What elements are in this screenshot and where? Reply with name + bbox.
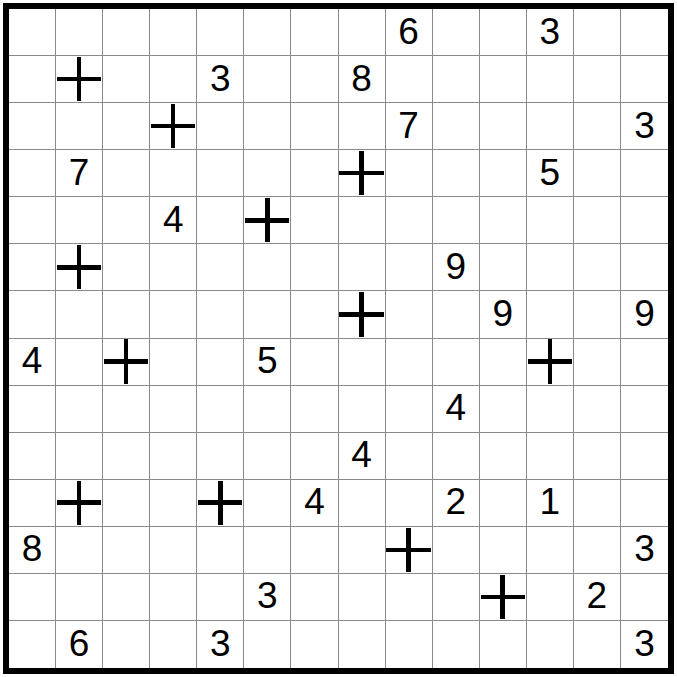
clue-digit: 3 <box>634 530 655 567</box>
cell-r1c11[interactable] <box>527 56 574 103</box>
cell-r6c13: 9 <box>621 291 668 338</box>
cell-r2c0[interactable] <box>9 103 56 150</box>
clue-digit: 5 <box>257 342 278 379</box>
cell-r10c11: 1 <box>527 480 574 527</box>
cell-r7c6[interactable] <box>291 339 338 386</box>
cell-r2c3 <box>150 103 197 150</box>
cell-r3c0[interactable] <box>9 150 56 197</box>
cell-r9c11[interactable] <box>527 433 574 480</box>
plus-cross-icon <box>103 339 149 385</box>
plus-cross-icon <box>480 574 526 620</box>
cell-r3c7 <box>339 150 386 197</box>
cell-r12c2[interactable] <box>103 574 150 621</box>
cell-r4c5 <box>244 197 291 244</box>
cell-r11c6[interactable] <box>291 527 338 574</box>
clue-digit: 3 <box>210 625 231 662</box>
clue-digit: 3 <box>210 60 231 97</box>
cell-r11c8 <box>386 527 433 574</box>
cell-r3c11: 5 <box>527 150 574 197</box>
cell-r11c5[interactable] <box>244 527 291 574</box>
cell-r8c7[interactable] <box>339 386 386 433</box>
cell-r2c10[interactable] <box>480 103 527 150</box>
cell-r5c8[interactable] <box>386 244 433 291</box>
clue-digit: 7 <box>69 154 90 191</box>
plus-cross-icon <box>150 103 196 149</box>
cell-r4c10[interactable] <box>480 197 527 244</box>
cell-r5c4[interactable] <box>197 244 244 291</box>
cell-r13c3[interactable] <box>150 621 197 668</box>
cell-r8c6[interactable] <box>291 386 338 433</box>
cell-r8c1[interactable] <box>56 386 103 433</box>
cell-r12c4[interactable] <box>197 574 244 621</box>
cell-r7c10[interactable] <box>480 339 527 386</box>
cell-r2c11[interactable] <box>527 103 574 150</box>
cell-r2c1[interactable] <box>56 103 103 150</box>
cell-r4c8[interactable] <box>386 197 433 244</box>
cell-r3c13[interactable] <box>621 150 668 197</box>
cell-r1c13[interactable] <box>621 56 668 103</box>
clue-digit: 4 <box>163 201 184 238</box>
cell-r7c3[interactable] <box>150 339 197 386</box>
cell-r0c10[interactable] <box>480 9 527 56</box>
cell-r10c1 <box>56 480 103 527</box>
cell-r5c7[interactable] <box>339 244 386 291</box>
cell-r13c4: 3 <box>197 621 244 668</box>
cell-r6c0[interactable] <box>9 291 56 338</box>
cell-r6c5[interactable] <box>244 291 291 338</box>
cell-r9c10[interactable] <box>480 433 527 480</box>
cell-r12c5: 3 <box>244 574 291 621</box>
cell-r7c7[interactable] <box>339 339 386 386</box>
cell-r3c2[interactable] <box>103 150 150 197</box>
cell-r1c8[interactable] <box>386 56 433 103</box>
clue-digit: 7 <box>398 107 419 144</box>
cell-r5c11[interactable] <box>527 244 574 291</box>
cell-r11c0: 8 <box>9 527 56 574</box>
cell-r10c12[interactable] <box>574 480 621 527</box>
cell-r9c7: 4 <box>339 433 386 480</box>
cell-r12c1[interactable] <box>56 574 103 621</box>
cell-r13c12[interactable] <box>574 621 621 668</box>
clue-digit: 4 <box>351 436 372 473</box>
cell-r9c0[interactable] <box>9 433 56 480</box>
cell-r6c4[interactable] <box>197 291 244 338</box>
cell-r0c6[interactable] <box>291 9 338 56</box>
cell-r6c11[interactable] <box>527 291 574 338</box>
clue-digit: 8 <box>351 60 372 97</box>
plus-cross-icon <box>244 197 290 243</box>
cell-r10c4 <box>197 480 244 527</box>
cell-r12c0[interactable] <box>9 574 56 621</box>
cell-r1c12[interactable] <box>574 56 621 103</box>
cell-r11c13: 3 <box>621 527 668 574</box>
cell-r0c1[interactable] <box>56 9 103 56</box>
cell-r9c4[interactable] <box>197 433 244 480</box>
plus-cross-icon <box>339 291 385 337</box>
cell-r0c13[interactable] <box>621 9 668 56</box>
cell-r4c7[interactable] <box>339 197 386 244</box>
cell-r2c13: 3 <box>621 103 668 150</box>
cell-r8c11[interactable] <box>527 386 574 433</box>
cell-r4c2[interactable] <box>103 197 150 244</box>
cell-r13c1: 6 <box>56 621 103 668</box>
cell-r7c2 <box>103 339 150 386</box>
cell-r8c12[interactable] <box>574 386 621 433</box>
cell-r11c1[interactable] <box>56 527 103 574</box>
cell-r12c10 <box>480 574 527 621</box>
plus-cross-icon <box>339 150 385 196</box>
cell-r5c5[interactable] <box>244 244 291 291</box>
cell-r13c9[interactable] <box>433 621 480 668</box>
cell-r9c9[interactable] <box>433 433 480 480</box>
cell-r13c13: 3 <box>621 621 668 668</box>
cell-r11c2[interactable] <box>103 527 150 574</box>
cell-r13c6[interactable] <box>291 621 338 668</box>
cell-r1c5[interactable] <box>244 56 291 103</box>
cell-r10c13[interactable] <box>621 480 668 527</box>
plus-cross-icon <box>386 527 432 573</box>
cell-r10c10[interactable] <box>480 480 527 527</box>
clue-digit: 6 <box>398 13 419 50</box>
cell-r8c5[interactable] <box>244 386 291 433</box>
cell-r13c8[interactable] <box>386 621 433 668</box>
cell-r3c9[interactable] <box>433 150 480 197</box>
clue-digit: 3 <box>540 13 561 50</box>
cell-r8c4[interactable] <box>197 386 244 433</box>
cell-r1c10[interactable] <box>480 56 527 103</box>
cell-r8c2[interactable] <box>103 386 150 433</box>
plus-cross-icon <box>527 339 573 385</box>
cell-r13c11[interactable] <box>527 621 574 668</box>
clue-digit: 4 <box>304 483 325 520</box>
cell-r11c7[interactable] <box>339 527 386 574</box>
cell-r1c1 <box>56 56 103 103</box>
cell-r7c4[interactable] <box>197 339 244 386</box>
cell-r0c9[interactable] <box>433 9 480 56</box>
cell-r9c2[interactable] <box>103 433 150 480</box>
plus-cross-icon <box>56 56 102 102</box>
cell-r5c1 <box>56 244 103 291</box>
cell-r7c11 <box>527 339 574 386</box>
cell-r8c3[interactable] <box>150 386 197 433</box>
clue-digit: 8 <box>22 530 43 567</box>
cell-r2c7[interactable] <box>339 103 386 150</box>
clue-digit: 3 <box>257 577 278 614</box>
clue-digit: 3 <box>634 107 655 144</box>
cell-r0c7[interactable] <box>339 9 386 56</box>
cell-r10c6: 4 <box>291 480 338 527</box>
cell-r4c9[interactable] <box>433 197 480 244</box>
cell-r6c8[interactable] <box>386 291 433 338</box>
cell-r6c1[interactable] <box>56 291 103 338</box>
cell-r6c2[interactable] <box>103 291 150 338</box>
cell-r10c7[interactable] <box>339 480 386 527</box>
cell-r12c8[interactable] <box>386 574 433 621</box>
cell-r2c2[interactable] <box>103 103 150 150</box>
cell-r12c3[interactable] <box>150 574 197 621</box>
cell-r12c9[interactable] <box>433 574 480 621</box>
cell-r0c0[interactable] <box>9 9 56 56</box>
clue-digit: 2 <box>445 483 466 520</box>
cell-r11c3[interactable] <box>150 527 197 574</box>
cell-r10c8[interactable] <box>386 480 433 527</box>
cell-r1c0[interactable] <box>9 56 56 103</box>
cell-r5c12[interactable] <box>574 244 621 291</box>
cell-r5c9: 9 <box>433 244 480 291</box>
cell-r13c10[interactable] <box>480 621 527 668</box>
cell-r4c4[interactable] <box>197 197 244 244</box>
cell-r7c13[interactable] <box>621 339 668 386</box>
cell-r2c6[interactable] <box>291 103 338 150</box>
clue-digit: 4 <box>22 342 43 379</box>
clue-digit: 6 <box>69 625 90 662</box>
cell-r11c9[interactable] <box>433 527 480 574</box>
cell-r5c2[interactable] <box>103 244 150 291</box>
cell-r5c0[interactable] <box>9 244 56 291</box>
cell-r5c3[interactable] <box>150 244 197 291</box>
cell-r4c6[interactable] <box>291 197 338 244</box>
cell-r11c4[interactable] <box>197 527 244 574</box>
cell-r8c13[interactable] <box>621 386 668 433</box>
cell-r2c12[interactable] <box>574 103 621 150</box>
cell-r12c7[interactable] <box>339 574 386 621</box>
clue-digit: 9 <box>634 295 655 332</box>
cell-r10c3[interactable] <box>150 480 197 527</box>
cell-r9c1[interactable] <box>56 433 103 480</box>
cell-r1c3[interactable] <box>150 56 197 103</box>
cell-r12c13[interactable] <box>621 574 668 621</box>
cell-r11c11[interactable] <box>527 527 574 574</box>
cell-r3c8[interactable] <box>386 150 433 197</box>
cell-r0c11: 3 <box>527 9 574 56</box>
cell-r10c2[interactable] <box>103 480 150 527</box>
clue-digit: 9 <box>445 248 466 285</box>
cell-r6c12[interactable] <box>574 291 621 338</box>
cell-r2c9[interactable] <box>433 103 480 150</box>
cell-r5c13[interactable] <box>621 244 668 291</box>
cell-r0c8: 6 <box>386 9 433 56</box>
clue-digit: 4 <box>445 389 466 426</box>
clue-digit: 5 <box>540 154 561 191</box>
cell-r7c5: 5 <box>244 339 291 386</box>
cell-r1c7: 8 <box>339 56 386 103</box>
cell-r1c9[interactable] <box>433 56 480 103</box>
cell-r3c12[interactable] <box>574 150 621 197</box>
cell-r9c3[interactable] <box>150 433 197 480</box>
cell-r6c9[interactable] <box>433 291 480 338</box>
cell-r0c4[interactable] <box>197 9 244 56</box>
cell-r6c10: 9 <box>480 291 527 338</box>
cell-r2c4[interactable] <box>197 103 244 150</box>
cell-r10c5[interactable] <box>244 480 291 527</box>
cell-r8c0[interactable] <box>9 386 56 433</box>
cell-r12c11[interactable] <box>527 574 574 621</box>
cell-r13c5[interactable] <box>244 621 291 668</box>
cell-r4c13[interactable] <box>621 197 668 244</box>
cell-r13c2[interactable] <box>103 621 150 668</box>
cell-r7c0: 4 <box>9 339 56 386</box>
cell-r3c4[interactable] <box>197 150 244 197</box>
cell-r1c2[interactable] <box>103 56 150 103</box>
cell-r0c5[interactable] <box>244 9 291 56</box>
cell-r10c9: 2 <box>433 480 480 527</box>
cell-r0c3[interactable] <box>150 9 197 56</box>
cell-r8c8[interactable] <box>386 386 433 433</box>
cell-r3c3[interactable] <box>150 150 197 197</box>
cell-r3c1: 7 <box>56 150 103 197</box>
cell-r12c6[interactable] <box>291 574 338 621</box>
clue-digit: 9 <box>492 295 513 332</box>
cell-r9c5[interactable] <box>244 433 291 480</box>
cell-r6c3[interactable] <box>150 291 197 338</box>
cell-r1c4: 3 <box>197 56 244 103</box>
cell-r4c12[interactable] <box>574 197 621 244</box>
cell-r11c12[interactable] <box>574 527 621 574</box>
cell-r9c13[interactable] <box>621 433 668 480</box>
cell-r7c8[interactable] <box>386 339 433 386</box>
cell-r8c9: 4 <box>433 386 480 433</box>
cell-r1c6[interactable] <box>291 56 338 103</box>
cell-r2c8: 7 <box>386 103 433 150</box>
cell-r8c10[interactable] <box>480 386 527 433</box>
cell-r7c9[interactable] <box>433 339 480 386</box>
cell-r3c10[interactable] <box>480 150 527 197</box>
cell-r3c5[interactable] <box>244 150 291 197</box>
cell-r11c10[interactable] <box>480 527 527 574</box>
plus-cross-icon <box>56 480 102 526</box>
cell-r4c1[interactable] <box>56 197 103 244</box>
cell-r10c0[interactable] <box>9 480 56 527</box>
plus-cross-icon <box>197 480 243 526</box>
plus-cross-icon <box>56 244 102 290</box>
cell-r5c6[interactable] <box>291 244 338 291</box>
cell-r9c6[interactable] <box>291 433 338 480</box>
cell-r4c11[interactable] <box>527 197 574 244</box>
cell-r7c12[interactable] <box>574 339 621 386</box>
cell-r4c3: 4 <box>150 197 197 244</box>
cell-r0c2[interactable] <box>103 9 150 56</box>
cell-r6c6[interactable] <box>291 291 338 338</box>
cell-r4c0[interactable] <box>9 197 56 244</box>
cell-r2c5[interactable] <box>244 103 291 150</box>
clue-digit: 1 <box>540 483 561 520</box>
cell-r9c8[interactable] <box>386 433 433 480</box>
clue-digit: 3 <box>634 625 655 662</box>
cell-r6c7 <box>339 291 386 338</box>
puzzle-page: 63387375499945444218332633 <box>0 0 677 677</box>
cell-r5c10[interactable] <box>480 244 527 291</box>
cell-r9c12[interactable] <box>574 433 621 480</box>
clue-digit: 2 <box>587 577 608 614</box>
cell-r13c7[interactable] <box>339 621 386 668</box>
puzzle-board: 63387375499945444218332633 <box>3 3 674 674</box>
cell-r13c0[interactable] <box>9 621 56 668</box>
cell-r3c6[interactable] <box>291 150 338 197</box>
cell-r12c12: 2 <box>574 574 621 621</box>
cell-r0c12[interactable] <box>574 9 621 56</box>
cell-r7c1[interactable] <box>56 339 103 386</box>
